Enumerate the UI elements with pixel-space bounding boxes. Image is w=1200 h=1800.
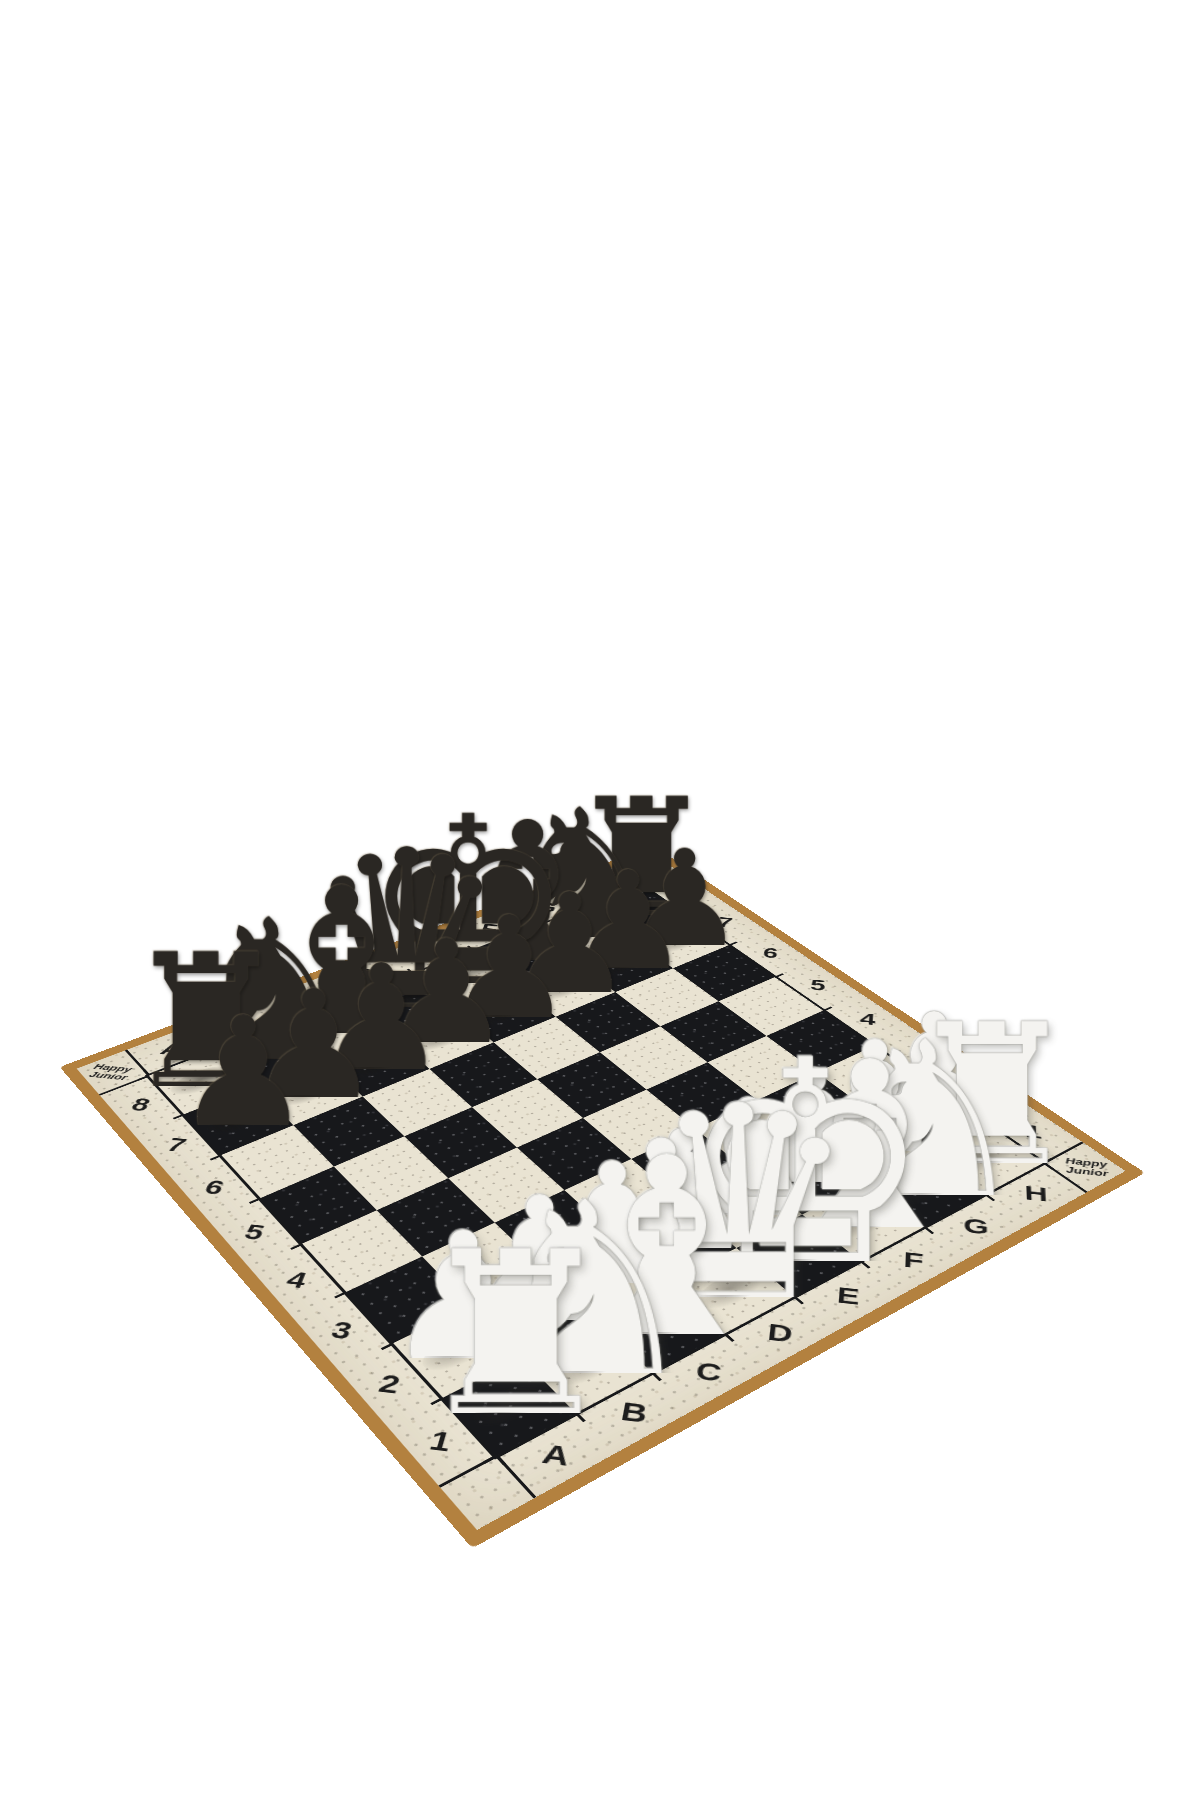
margin-tick: [209, 1154, 221, 1160]
chess-board: Happy Junior Happy Junior 88AA77BB66CC55…: [60, 846, 1145, 1549]
margin-tick: [249, 1197, 262, 1204]
chessboard-photo-scene: Happy Junior Happy Junior 88AA77BB66CC55…: [0, 0, 1200, 1800]
rank-label-left-5: 5: [241, 1221, 268, 1244]
margin-tick: [334, 1291, 347, 1298]
margin-tick: [574, 1412, 585, 1422]
file-label-bottom-a: A: [540, 1440, 572, 1471]
piece-glyph: ♜: [379, 1184, 652, 1412]
rank-label-right-6: 6: [762, 945, 779, 961]
rank-label-left-8: 8: [128, 1095, 154, 1114]
rank-label-left-1: 1: [427, 1427, 455, 1456]
piece-glyph: ♟: [151, 971, 334, 1124]
margin-tick: [495, 1455, 537, 1499]
rank-label-left-7: 7: [164, 1135, 190, 1156]
margin-tick: [290, 1243, 303, 1250]
brand-logo-line2: Junior: [1066, 1165, 1109, 1178]
rank-label-left-6: 6: [201, 1176, 227, 1198]
square-a6[interactable]: [221, 1125, 334, 1198]
rank-label-left-4: 4: [283, 1268, 310, 1292]
rank-label-left-3: 3: [328, 1317, 355, 1343]
margin-tick: [438, 1455, 497, 1488]
